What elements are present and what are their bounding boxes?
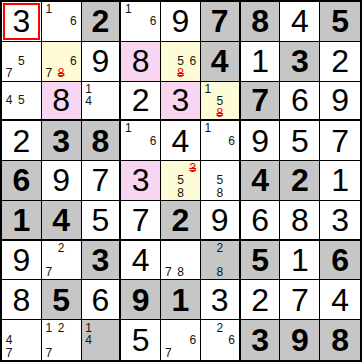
cell-r4c6[interactable]: 16 (201, 121, 241, 161)
solved-digit: 4 (331, 284, 349, 316)
given-digit: 5 (251, 244, 269, 276)
given-digit: 8 (331, 324, 349, 356)
cell-r8c1[interactable]: 8 (2, 280, 42, 320)
cell-r1c9[interactable]: 5 (320, 2, 360, 42)
cell-r9c1[interactable]: 47 (2, 320, 42, 360)
candidate-grid: 26 (202, 321, 238, 359)
cell-r7c4[interactable]: 4 (121, 241, 161, 281)
cell-r8c4[interactable]: 9 (121, 280, 161, 320)
cell-r4c2[interactable]: 3 (42, 121, 82, 161)
cell-r3c5[interactable]: 3 (161, 82, 201, 122)
cell-r1c8[interactable]: 4 (280, 2, 320, 42)
cell-r3c9[interactable]: 9 (320, 82, 360, 122)
candidate-digit-crossed: 8 (174, 67, 186, 79)
cell-r2c5[interactable]: 568 (161, 42, 201, 82)
given-digit: 3 (291, 45, 309, 77)
candidate-grid: 358 (162, 162, 199, 199)
cell-r9c4[interactable]: 5 (121, 320, 161, 360)
solved-digit: 9 (92, 45, 110, 77)
solved-digit: 9 (211, 204, 229, 236)
candidate-grid: 57 (3, 43, 40, 80)
cell-r2c2[interactable]: 678 (42, 42, 82, 82)
candidate-digit: 7 (162, 346, 174, 359)
candidate-grid: 28 (202, 242, 238, 279)
solved-digit: 5 (132, 324, 150, 356)
candidate-digit: 6 (226, 135, 238, 147)
candidate-grid: 47 (3, 321, 40, 359)
cell-r4c9[interactable]: 7 (320, 121, 360, 161)
cell-r4c3[interactable]: 8 (82, 121, 122, 161)
candidate-grid: 45 (3, 83, 40, 119)
given-digit: 9 (291, 324, 309, 356)
candidate-grid: 67 (162, 321, 199, 359)
cell-r9c7[interactable]: 3 (241, 320, 281, 360)
cell-r5c7[interactable]: 4 (241, 161, 281, 201)
candidate-digit: 4 (83, 334, 95, 347)
solved-digit: 9 (52, 164, 70, 196)
given-digit: 9 (132, 284, 150, 316)
candidate-digit: 8 (174, 187, 186, 199)
cell-r6c6[interactable]: 9 (201, 201, 241, 241)
candidate-digit: 8 (174, 266, 186, 278)
cell-r8c6[interactable]: 3 (201, 280, 241, 320)
cell-r6c4[interactable]: 7 (121, 201, 161, 241)
solved-digit: 2 (331, 45, 349, 77)
given-digit: 5 (331, 5, 349, 37)
candidate-digit: 7 (3, 67, 15, 79)
cell-r4c7[interactable]: 9 (241, 121, 281, 161)
solved-digit: 5 (291, 125, 309, 157)
solved-digit: 8 (52, 84, 70, 116)
solved-digit: 3 (132, 164, 150, 196)
given-digit: 6 (331, 244, 349, 276)
candidate-digit: 6 (226, 334, 238, 347)
cell-r1c1[interactable]: 3 (2, 2, 42, 42)
given-digit: 2 (291, 164, 309, 196)
cell-r5c6[interactable]: 58 (201, 161, 241, 201)
cell-r9c3[interactable]: 14 (82, 320, 122, 360)
solved-digit: 2 (251, 284, 269, 316)
cell-r5c5[interactable]: 358 (161, 161, 201, 201)
cell-r5c3[interactable]: 7 (82, 161, 122, 201)
cell-r8c9[interactable]: 4 (320, 280, 360, 320)
cell-r1c3[interactable]: 2 (82, 2, 122, 42)
candidate-digit: 1 (83, 83, 95, 95)
solved-digit: 8 (12, 284, 30, 316)
given-digit: 4 (52, 204, 70, 236)
cell-r3c6[interactable]: 158 (201, 82, 241, 122)
solved-digit: 6 (92, 284, 110, 316)
candidate-digit-crossed: 8 (214, 107, 226, 119)
candidate-digit: 1 (43, 321, 55, 334)
candidate-digit: 7 (43, 67, 55, 79)
cell-r7c2[interactable]: 27 (42, 241, 82, 281)
candidate-grid: 78 (162, 242, 199, 279)
cell-r6c5[interactable]: 2 (161, 201, 201, 241)
candidate-grid: 14 (83, 83, 119, 119)
candidate-digit: 5 (214, 174, 226, 186)
given-digit: 5 (52, 284, 70, 316)
cell-r8c8[interactable]: 7 (280, 280, 320, 320)
solved-digit: 9 (251, 125, 269, 157)
candidate-digit: 2 (214, 321, 226, 334)
cell-r1c7[interactable]: 8 (241, 2, 281, 42)
candidate-digit: 4 (3, 334, 15, 347)
cell-r8c2[interactable]: 5 (42, 280, 82, 320)
candidate-digit: 2 (55, 242, 67, 254)
cell-r2c8[interactable]: 3 (280, 42, 320, 82)
cell-r5c1[interactable]: 6 (2, 161, 42, 201)
solved-digit: 3 (172, 84, 190, 116)
candidate-grid: 27 (43, 242, 80, 279)
solved-digit: 4 (132, 244, 150, 276)
cell-r5c4[interactable]: 3 (121, 161, 161, 201)
given-digit: 1 (12, 204, 30, 236)
solved-digit: 7 (291, 284, 309, 316)
candidate-grid: 16 (43, 3, 80, 40)
candidate-digit: 6 (147, 135, 159, 147)
cell-r1c5[interactable]: 9 (161, 2, 201, 42)
candidate-grid: 14 (83, 321, 119, 359)
cell-r5c2[interactable]: 9 (42, 161, 82, 201)
given-digit: 7 (211, 5, 229, 37)
given-digit: 3 (251, 324, 269, 356)
solved-digit: 9 (172, 5, 190, 37)
cell-r5c8[interactable]: 2 (280, 161, 320, 201)
sudoku-board: 3162169784557678985684132458142315876923… (0, 0, 362, 362)
solved-digit: 2 (132, 84, 150, 116)
cell-r2c7[interactable]: 1 (241, 42, 281, 82)
cell-r8c3[interactable]: 6 (82, 280, 122, 320)
cell-r1c2[interactable]: 16 (42, 2, 82, 42)
solved-digit: 6 (251, 204, 269, 236)
candidate-grid: 568 (162, 43, 199, 80)
candidate-digit: 7 (162, 266, 174, 278)
solved-digit: 2 (12, 125, 30, 157)
solved-digit: 5 (92, 204, 110, 236)
cell-r2c9[interactable]: 2 (320, 42, 360, 82)
cell-r9c2[interactable]: 127 (42, 320, 82, 360)
candidate-digit: 5 (15, 55, 27, 67)
candidate-grid: 16 (122, 122, 159, 159)
solved-digit: 4 (291, 5, 309, 37)
solved-digit: 1 (291, 244, 309, 276)
candidate-digit: 1 (83, 321, 95, 334)
given-digit: 2 (172, 204, 190, 236)
candidate-digit: 6 (147, 15, 159, 27)
given-digit: 2 (92, 5, 110, 37)
candidate-digit: 1 (43, 3, 55, 15)
cell-r4c1[interactable]: 2 (2, 121, 42, 161)
cell-r1c4[interactable]: 16 (121, 2, 161, 42)
candidate-digit: 6 (67, 15, 79, 27)
candidate-digit-crossed: 8 (55, 67, 67, 79)
cell-r6c9[interactable]: 3 (320, 201, 360, 241)
cell-r2c4[interactable]: 8 (121, 42, 161, 82)
solved-digit: 8 (291, 204, 309, 236)
cell-r8c7[interactable]: 2 (241, 280, 281, 320)
candidate-grid: 127 (43, 321, 80, 359)
candidate-digit: 6 (187, 334, 199, 347)
cell-r9c6[interactable]: 26 (201, 320, 241, 360)
cell-r3c2[interactable]: 8 (42, 82, 82, 122)
cell-r9c8[interactable]: 9 (280, 320, 320, 360)
solved-digit: 3 (211, 284, 229, 316)
cell-r7c9[interactable]: 6 (320, 241, 360, 281)
given-digit: 8 (92, 125, 110, 157)
candidate-digit-crossed: 3 (187, 162, 199, 174)
cell-r7c5[interactable]: 78 (161, 241, 201, 281)
cell-r3c8[interactable]: 6 (280, 82, 320, 122)
candidate-digit: 8 (214, 187, 226, 199)
candidate-digit: 2 (214, 242, 226, 254)
given-digit: 4 (251, 164, 269, 196)
cell-r1c6[interactable]: 7 (201, 2, 241, 42)
cell-r6c3[interactable]: 5 (82, 201, 122, 241)
cell-r6c1[interactable]: 1 (2, 201, 42, 241)
cell-r6c7[interactable]: 6 (241, 201, 281, 241)
cell-r3c7[interactable]: 7 (241, 82, 281, 122)
cell-r7c7[interactable]: 5 (241, 241, 281, 281)
solved-digit: 7 (331, 125, 349, 157)
cell-r7c3[interactable]: 3 (82, 241, 122, 281)
candidate-grid: 678 (43, 43, 80, 80)
candidate-digit: 1 (122, 3, 134, 15)
cell-r9c9[interactable]: 8 (320, 320, 360, 360)
solved-digit: 4 (172, 125, 190, 157)
candidate-digit: 8 (214, 266, 226, 278)
candidate-digit: 2 (55, 321, 67, 334)
candidate-digit: 1 (122, 122, 134, 134)
cell-r2c3[interactable]: 9 (82, 42, 122, 82)
solved-digit: 3 (331, 204, 349, 236)
solved-digit: 6 (291, 84, 309, 116)
candidate-digit: 5 (15, 94, 27, 106)
cell-r7c8[interactable]: 1 (280, 241, 320, 281)
given-digit: 4 (211, 45, 229, 77)
given-digit: 1 (172, 284, 190, 316)
solved-digit: 8 (132, 45, 150, 77)
solved-digit: 7 (132, 204, 150, 236)
cell-r4c5[interactable]: 4 (161, 121, 201, 161)
cell-r5c9[interactable]: 1 (320, 161, 360, 201)
candidate-digit: 7 (3, 346, 15, 359)
given-digit: 6 (12, 164, 30, 196)
candidate-digit: 1 (202, 122, 214, 134)
cell-r2c6[interactable]: 4 (201, 42, 241, 82)
cell-r6c8[interactable]: 8 (280, 201, 320, 241)
candidate-digit: 6 (187, 55, 199, 67)
cell-r7c1[interactable]: 9 (2, 241, 42, 281)
cell-r3c1[interactable]: 45 (2, 82, 42, 122)
candidate-grid: 158 (202, 83, 238, 119)
cell-r3c4[interactable]: 2 (121, 82, 161, 122)
solved-digit: 3 (12, 5, 30, 37)
candidate-digit: 5 (214, 95, 226, 107)
given-digit: 3 (52, 125, 70, 157)
cell-r4c4[interactable]: 16 (121, 121, 161, 161)
candidate-grid: 16 (122, 3, 159, 40)
cell-r8c5[interactable]: 1 (161, 280, 201, 320)
given-digit: 8 (251, 5, 269, 37)
given-digit: 7 (251, 84, 269, 116)
candidate-digit: 7 (43, 346, 55, 359)
given-digit: 3 (92, 244, 110, 276)
solved-digit: 9 (331, 84, 349, 116)
candidate-digit: 1 (202, 83, 214, 95)
candidate-digit: 7 (43, 266, 55, 278)
solved-digit: 1 (331, 164, 349, 196)
cell-r7c6[interactable]: 28 (201, 241, 241, 281)
solved-digit: 9 (12, 244, 30, 276)
cell-r4c8[interactable]: 5 (280, 121, 320, 161)
candidate-digit: 5 (174, 174, 186, 186)
cell-r2c1[interactable]: 57 (2, 42, 42, 82)
candidate-grid: 16 (202, 122, 238, 159)
candidate-grid: 58 (202, 162, 238, 199)
solved-digit: 7 (92, 164, 110, 196)
solved-digit: 1 (251, 45, 269, 77)
candidate-digit: 4 (83, 95, 95, 107)
cell-r9c5[interactable]: 67 (161, 320, 201, 360)
cell-r3c3[interactable]: 14 (82, 82, 122, 122)
cell-r6c2[interactable]: 4 (42, 201, 82, 241)
candidate-digit: 6 (67, 55, 79, 67)
candidate-digit: 4 (3, 94, 15, 106)
